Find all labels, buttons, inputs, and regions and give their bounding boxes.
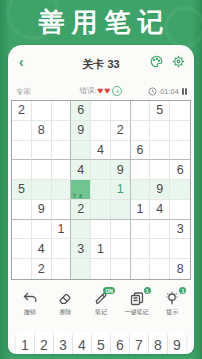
cell-r2c9[interactable] [170,121,190,141]
erase-button[interactable]: 擦除 [52,291,78,317]
numpad-4[interactable]: 4 [73,332,91,354]
cell-r2c5[interactable] [91,121,111,141]
sudoku-board: 265892464965781992141343128 [11,100,191,280]
cell-r3c8[interactable] [150,141,170,161]
add-heart-icon[interactable]: + [112,86,122,96]
cell-r1c3[interactable] [52,101,72,121]
cell-r8c7[interactable] [131,239,151,259]
cell-r6c4[interactable]: 2 [71,200,91,220]
cell-r7c6[interactable] [111,220,131,240]
cell-r9c4[interactable] [71,259,91,279]
batch-notes-icon [129,291,145,306]
cell-r8c1[interactable] [12,239,32,259]
cell-r8c8[interactable] [150,239,170,259]
given-digit: 3 [177,222,184,236]
cell-r1c2[interactable] [32,101,52,121]
timer: 01:04 [148,87,187,96]
cell-r6c6[interactable] [111,200,131,220]
auto-notes-label: 一键笔记 [125,308,149,317]
given-digit: 1 [137,202,144,216]
cell-r9c5[interactable] [91,259,111,279]
cell-r1c1[interactable]: 2 [12,101,32,121]
cell-r5c2[interactable] [32,180,52,200]
cell-r3c6[interactable] [111,141,131,161]
cell-r8c4[interactable]: 3 [71,239,91,259]
cell-r3c5[interactable]: 4 [91,141,111,161]
cell-r3c7[interactable]: 6 [131,141,151,161]
cell-r5c7[interactable] [131,180,151,200]
number-pad: 123456789 [8,332,194,354]
auto-notes-button[interactable]: 1 一键笔记 [124,291,150,317]
cell-r1c9[interactable] [170,101,190,121]
cell-r1c4[interactable]: 6 [71,101,91,121]
banner-title: 善用笔记 [32,5,171,40]
promo-banner: 善用笔记 [0,0,202,45]
given-digit: 9 [38,202,45,216]
undo-icon [22,291,38,306]
cell-r2c7[interactable] [131,121,151,141]
cell-r6c7[interactable]: 1 [131,200,151,220]
cell-r8c5[interactable]: 1 [91,239,111,259]
cell-r9c2[interactable]: 2 [32,259,52,279]
cell-r7c1[interactable] [12,220,32,240]
cell-r9c1[interactable] [12,259,32,279]
given-digit: 2 [18,103,25,117]
hint-badge: 1 [179,287,186,294]
cell-r9c8[interactable] [150,259,170,279]
given-digit: 6 [77,103,84,117]
pause-button[interactable] [182,88,187,95]
numpad-3[interactable]: 3 [54,332,72,354]
cell-r9c6[interactable] [111,259,131,279]
app-screen: 善用笔记 ‹ 关卡 33 [0,0,202,359]
cell-r9c3[interactable] [52,259,72,279]
given-digit: 3 [77,242,84,256]
timer-value: 01:04 [160,87,179,96]
cell-r9c9[interactable]: 8 [170,259,190,279]
notes-button[interactable]: ON 笔记 [88,291,114,317]
given-digit: 9 [156,182,163,196]
cell-r3c2[interactable] [32,141,52,161]
given-digit: 2 [77,202,84,216]
cell-r5c4[interactable]: 78 [71,180,91,200]
cell-r8c2[interactable]: 4 [32,239,52,259]
cell-r1c5[interactable] [91,101,111,121]
cell-r3c4[interactable] [71,141,91,161]
cell-r2c3[interactable] [52,121,72,141]
cell-r7c4[interactable] [71,220,91,240]
cell-r6c2[interactable]: 9 [32,200,52,220]
given-digit: 6 [177,163,184,177]
cell-r7c5[interactable] [91,220,111,240]
cell-r7c9[interactable]: 3 [170,220,190,240]
cell-r5c8[interactable]: 9 [150,180,170,200]
hint-bulb-icon [164,291,180,306]
hint-button[interactable]: 1 提示 [159,291,185,317]
given-digit: 4 [97,143,104,157]
given-digit: 9 [77,123,84,137]
cell-r4c9[interactable]: 6 [170,160,190,180]
cell-r6c1[interactable] [12,200,32,220]
cell-r6c8[interactable]: 4 [150,200,170,220]
undo-label: 撤销 [24,308,36,317]
cell-r2c1[interactable] [12,121,32,141]
given-digit: 4 [77,163,84,177]
given-digit: 1 [57,222,64,236]
cell-r4c5[interactable] [91,160,111,180]
numpad-2[interactable]: 2 [35,332,53,354]
given-digit: 4 [156,202,163,216]
toolbar: 撤销 擦除 ON 笔记 1 [12,291,190,317]
given-digit: 9 [117,163,124,177]
cell-r5c9[interactable] [170,180,190,200]
cell-r5c1[interactable]: 5 [12,180,32,200]
cell-r3c3[interactable] [52,141,72,161]
cell-r1c6[interactable] [111,101,131,121]
given-digit: 4 [38,242,45,256]
cell-r4c4[interactable]: 4 [71,160,91,180]
cell-r1c7[interactable] [131,101,151,121]
given-digit: 5 [156,103,163,117]
numpad-1[interactable]: 1 [16,332,34,354]
status-bar: 专家 错误: ♥ ♥ + 01:04 [14,86,188,98]
heart-icon: ♥ [98,86,104,96]
palette-icon[interactable] [150,55,163,68]
eraser-icon [57,291,73,306]
cell-r4c3[interactable] [52,160,72,180]
cell-r4c2[interactable] [32,160,52,180]
user-digit: 1 [117,182,124,196]
cell-r4c1[interactable] [12,160,32,180]
cell-r6c3[interactable] [52,200,72,220]
cell-r4c8[interactable] [150,160,170,180]
settings-gear-icon[interactable] [172,55,185,68]
cell-r3c1[interactable] [12,141,32,161]
cell-r2c4[interactable]: 9 [71,121,91,141]
given-digit: 6 [137,143,144,157]
cell-r2c8[interactable] [150,121,170,141]
game-card: ‹ 关卡 33 [8,45,194,354]
cell-r5c3[interactable] [52,180,72,200]
cell-r5c6[interactable]: 1 [111,180,131,200]
heart-icon: ♥ [105,86,111,96]
game-header: ‹ 关卡 33 [8,54,194,74]
cell-r7c7[interactable] [131,220,151,240]
cell-r8c6[interactable] [111,239,131,259]
given-digit: 1 [97,242,104,256]
numpad-7[interactable]: 7 [130,332,148,354]
cell-r7c3[interactable]: 1 [52,220,72,240]
given-digit: 5 [18,182,25,196]
pencil-notes: 78 [71,180,90,199]
numpad-5[interactable]: 5 [92,332,110,354]
cell-r7c8[interactable] [150,220,170,240]
cell-r2c6[interactable]: 2 [111,121,131,141]
given-digit: 8 [38,123,45,137]
cell-r6c5[interactable] [91,200,111,220]
cell-r9c7[interactable] [131,259,151,279]
given-digit: 2 [38,262,45,276]
notes-label: 笔记 [95,308,107,317]
cell-r3c9[interactable] [170,141,190,161]
cell-r4c7[interactable] [131,160,151,180]
numpad-6[interactable]: 6 [111,332,129,354]
errors-label: 错误: [80,86,97,96]
given-digit: 8 [177,262,184,276]
auto-notes-badge: 1 [144,287,151,294]
cell-r5c5[interactable] [91,180,111,200]
hint-label: 提示 [166,308,178,317]
clock-icon [148,87,157,96]
cell-r8c9[interactable] [170,239,190,259]
numpad-9[interactable]: 9 [168,332,186,354]
cell-r1c8[interactable]: 5 [150,101,170,121]
notes-on-badge: ON [103,287,115,294]
given-digit: 2 [117,123,124,137]
cell-r7c2[interactable] [32,220,52,240]
notes-erase-label: 擦除 [59,308,71,317]
cell-r2c2[interactable]: 8 [32,121,52,141]
numpad-8[interactable]: 8 [149,332,167,354]
cell-r6c9[interactable] [170,200,190,220]
cell-r4c6[interactable]: 9 [111,160,131,180]
undo-button[interactable]: 撤销 [17,291,43,317]
cell-r8c3[interactable] [52,239,72,259]
